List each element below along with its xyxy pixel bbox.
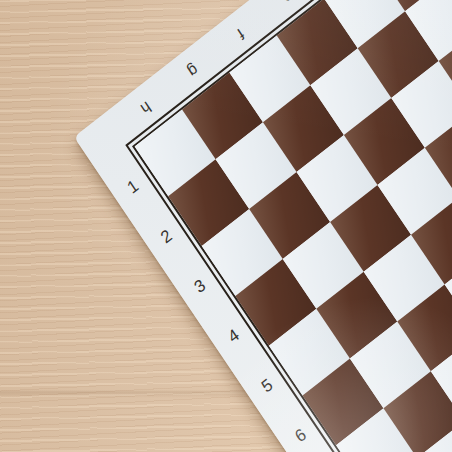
board-inner-border: [132, 0, 452, 452]
rank-label-4: 4: [224, 325, 243, 347]
vinyl-chessboard-sheet: hgfedcba 12345678: [74, 0, 452, 452]
file-label-e: e: [279, 0, 296, 7]
rank-label-3: 3: [191, 275, 210, 297]
file-label-f: f: [233, 25, 247, 43]
rank-label-1: 1: [123, 175, 142, 197]
rank-label-5: 5: [258, 375, 277, 397]
file-label-g: g: [184, 61, 201, 81]
chessboard-grid: [135, 0, 452, 452]
board-outer-border: [125, 0, 452, 452]
rank-label-2: 2: [157, 225, 176, 247]
table-surface: hgfedcba 12345678: [0, 0, 452, 452]
rank-label-6: 6: [291, 424, 310, 446]
file-label-h: h: [137, 98, 154, 118]
